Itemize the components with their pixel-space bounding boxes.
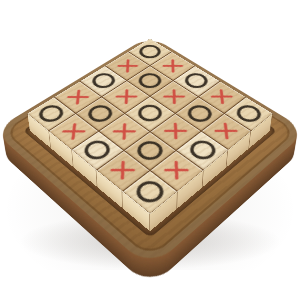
o-piece [183,102,216,125]
product-photo-stage [0,0,300,300]
o-piece [132,137,167,163]
perspective-wrapper [0,0,300,300]
